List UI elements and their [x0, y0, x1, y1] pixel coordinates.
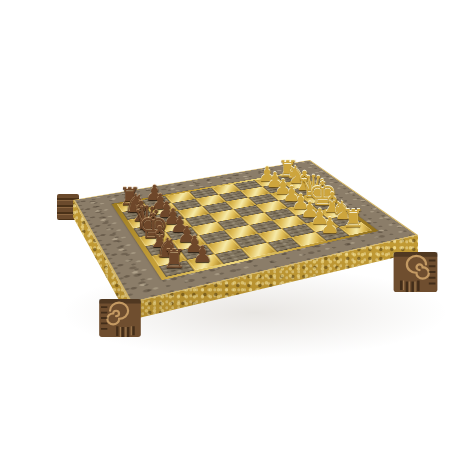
chess-set-photo: ♜♟♟♜♞♟♟♞♝♟♟♝♛♟♟♛♚♟♟♚♝♟♟♝♞♟♟♞♜♟♟♜ — [0, 0, 450, 450]
piece-white-pawn[interactable]: ♟ — [320, 215, 340, 237]
volute-icon — [393, 252, 438, 292]
board-foot-front-right — [393, 252, 438, 292]
volute-icon — [99, 299, 141, 337]
piece-black-pawn[interactable]: ♟ — [192, 242, 212, 265]
board-foot-front-left — [99, 299, 141, 337]
piece-white-rook[interactable]: ♜ — [342, 207, 364, 232]
piece-black-rook[interactable]: ♜ — [162, 246, 185, 272]
